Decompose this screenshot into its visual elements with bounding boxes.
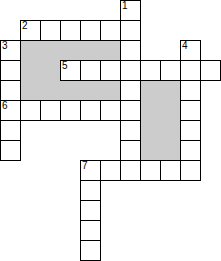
blocked-cell-r2c3 (60, 40, 81, 61)
answer-cell-r12c4[interactable] (80, 240, 101, 261)
answer-cell-r5c5[interactable] (100, 100, 121, 121)
answer-cell-r5c9[interactable] (180, 100, 201, 121)
answer-cell-r11c4[interactable] (80, 220, 101, 241)
blocked-cell-r3c1 (20, 60, 41, 81)
blocked-cell-r4c8 (160, 80, 181, 101)
answer-cell-r8c7[interactable] (140, 160, 161, 181)
answer-cell-r4c0[interactable] (0, 80, 21, 101)
answer-cell-r8c9[interactable] (180, 160, 201, 181)
blocked-cell-r4c7 (140, 80, 161, 101)
answer-cell-r6c6[interactable] (120, 120, 141, 141)
clue-number-2: 2 (22, 21, 28, 31)
clue-number-6: 6 (2, 101, 8, 111)
answer-cell-r3c3[interactable]: 5 (60, 60, 81, 81)
answer-cell-r1c3[interactable] (60, 20, 81, 41)
answer-cell-r2c0[interactable]: 3 (0, 40, 21, 61)
blocked-cell-r4c4 (80, 80, 101, 101)
blocked-cell-r2c1 (20, 40, 41, 61)
answer-cell-r5c3[interactable] (60, 100, 81, 121)
blocked-cell-r7c8 (160, 140, 181, 161)
answer-cell-r7c6[interactable] (120, 140, 141, 161)
clue-number-5: 5 (62, 61, 68, 71)
blocked-cell-r2c4 (80, 40, 101, 61)
answer-cell-r3c4[interactable] (80, 60, 101, 81)
answer-cell-r9c4[interactable] (80, 180, 101, 201)
answer-cell-r4c6[interactable] (120, 80, 141, 101)
clue-number-7: 7 (82, 161, 88, 171)
blocked-cell-r4c2 (40, 80, 61, 101)
answer-cell-r2c9[interactable]: 4 (180, 40, 201, 61)
blocked-cell-r5c7 (140, 100, 161, 121)
answer-cell-r3c8[interactable] (160, 60, 181, 81)
answer-cell-r5c0[interactable]: 6 (0, 100, 21, 121)
answer-cell-r7c0[interactable] (0, 140, 21, 161)
clue-number-4: 4 (182, 41, 188, 51)
blocked-cell-r2c5 (100, 40, 121, 61)
crossword-board: 1234567 (0, 0, 221, 261)
answer-cell-r3c7[interactable] (140, 60, 161, 81)
blocked-cell-r4c3 (60, 80, 81, 101)
answer-cell-r4c9[interactable] (180, 80, 201, 101)
answer-cell-r5c4[interactable] (80, 100, 101, 121)
answer-cell-r5c1[interactable] (20, 100, 41, 121)
answer-cell-r3c0[interactable] (0, 60, 21, 81)
blocked-cell-r5c8 (160, 100, 181, 121)
answer-cell-r2c6[interactable] (120, 40, 141, 61)
answer-cell-r3c5[interactable] (100, 60, 121, 81)
blocked-cell-r6c8 (160, 120, 181, 141)
blocked-cell-r4c1 (20, 80, 41, 101)
answer-cell-r8c6[interactable] (120, 160, 141, 181)
answer-cell-r10c4[interactable] (80, 200, 101, 221)
answer-cell-r3c10[interactable] (200, 60, 221, 81)
answer-cell-r1c6[interactable] (120, 20, 141, 41)
blocked-cell-r6c7 (140, 120, 161, 141)
answer-cell-r1c2[interactable] (40, 20, 61, 41)
answer-cell-r5c2[interactable] (40, 100, 61, 121)
answer-cell-r3c9[interactable] (180, 60, 201, 81)
answer-cell-r6c0[interactable] (0, 120, 21, 141)
blocked-cell-r4c5 (100, 80, 121, 101)
answer-cell-r1c4[interactable] (80, 20, 101, 41)
answer-cell-r8c4[interactable]: 7 (80, 160, 101, 181)
blocked-cell-r2c2 (40, 40, 61, 61)
answer-cell-r6c9[interactable] (180, 120, 201, 141)
answer-cell-r1c1[interactable]: 2 (20, 20, 41, 41)
clue-number-3: 3 (2, 41, 8, 51)
answer-cell-r0c6[interactable]: 1 (120, 0, 141, 21)
answer-cell-r5c6[interactable] (120, 100, 141, 121)
answer-cell-r8c8[interactable] (160, 160, 181, 181)
blocked-cell-r7c7 (140, 140, 161, 161)
answer-cell-r7c9[interactable] (180, 140, 201, 161)
clue-number-1: 1 (122, 1, 128, 11)
answer-cell-r8c5[interactable] (100, 160, 121, 181)
blocked-cell-r3c2 (40, 60, 61, 81)
answer-cell-r1c5[interactable] (100, 20, 121, 41)
answer-cell-r3c6[interactable] (120, 60, 141, 81)
